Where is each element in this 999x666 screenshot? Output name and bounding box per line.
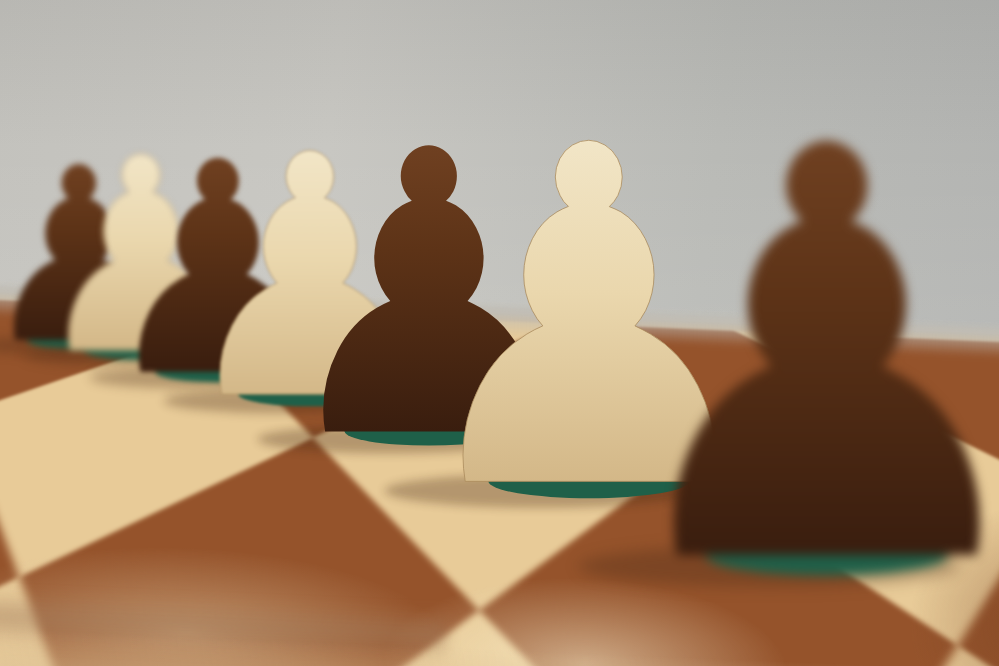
pieces-layer: ♟♟♟♟♟♟♟ <box>0 0 999 666</box>
pawn-glyph: ♟ <box>598 28 999 666</box>
photo-scene: ♟♟♟♟♟♟♟ <box>0 0 999 666</box>
pawn-dark-h2: ♟ <box>579 28 999 666</box>
